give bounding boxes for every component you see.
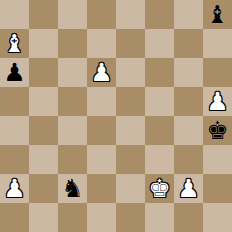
square-f4[interactable] (145, 116, 174, 145)
square-d4[interactable] (87, 116, 116, 145)
piece-black-bishop-h8[interactable]: ♝ (203, 0, 232, 29)
square-d8[interactable] (87, 0, 116, 29)
square-g3[interactable] (174, 145, 203, 174)
piece-white-pawn-d6[interactable]: ♟ (87, 58, 116, 87)
square-h6[interactable] (203, 58, 232, 87)
square-c4[interactable] (58, 116, 87, 145)
square-h8[interactable]: ♝ (203, 0, 232, 29)
square-b1[interactable] (29, 203, 58, 232)
square-e5[interactable] (116, 87, 145, 116)
square-f1[interactable] (145, 203, 174, 232)
piece-white-pawn-h5[interactable]: ♟ (203, 87, 232, 116)
square-c6[interactable] (58, 58, 87, 87)
square-g5[interactable] (174, 87, 203, 116)
square-c2[interactable]: ♞ (58, 174, 87, 203)
square-e3[interactable] (116, 145, 145, 174)
square-c1[interactable] (58, 203, 87, 232)
square-h3[interactable] (203, 145, 232, 174)
square-d6[interactable]: ♟ (87, 58, 116, 87)
square-f2[interactable]: ♚ (145, 174, 174, 203)
square-a6[interactable]: ♟ (0, 58, 29, 87)
square-h7[interactable] (203, 29, 232, 58)
square-a3[interactable] (0, 145, 29, 174)
square-a5[interactable] (0, 87, 29, 116)
square-a2[interactable]: ♟ (0, 174, 29, 203)
square-f3[interactable] (145, 145, 174, 174)
chessboard: ♝♝♟♟♟♚♟♞♚♟ (0, 0, 232, 232)
piece-white-pawn-a2[interactable]: ♟ (0, 174, 29, 203)
square-e4[interactable] (116, 116, 145, 145)
square-b4[interactable] (29, 116, 58, 145)
square-c5[interactable] (58, 87, 87, 116)
square-h1[interactable] (203, 203, 232, 232)
square-e7[interactable] (116, 29, 145, 58)
square-g6[interactable] (174, 58, 203, 87)
square-e8[interactable] (116, 0, 145, 29)
square-b7[interactable] (29, 29, 58, 58)
square-g4[interactable] (174, 116, 203, 145)
square-a4[interactable] (0, 116, 29, 145)
square-d1[interactable] (87, 203, 116, 232)
square-d7[interactable] (87, 29, 116, 58)
square-g2[interactable]: ♟ (174, 174, 203, 203)
square-e1[interactable] (116, 203, 145, 232)
square-f5[interactable] (145, 87, 174, 116)
square-c3[interactable] (58, 145, 87, 174)
piece-white-bishop-a7[interactable]: ♝ (0, 29, 29, 58)
square-f7[interactable] (145, 29, 174, 58)
piece-black-king-h4[interactable]: ♚ (203, 116, 232, 145)
square-g7[interactable] (174, 29, 203, 58)
piece-white-pawn-g2[interactable]: ♟ (174, 174, 203, 203)
square-g8[interactable] (174, 0, 203, 29)
square-d5[interactable] (87, 87, 116, 116)
square-b5[interactable] (29, 87, 58, 116)
square-h2[interactable] (203, 174, 232, 203)
square-f8[interactable] (145, 0, 174, 29)
square-c8[interactable] (58, 0, 87, 29)
square-a8[interactable] (0, 0, 29, 29)
square-e6[interactable] (116, 58, 145, 87)
square-f6[interactable] (145, 58, 174, 87)
square-d2[interactable] (87, 174, 116, 203)
square-d3[interactable] (87, 145, 116, 174)
square-b6[interactable] (29, 58, 58, 87)
piece-white-king-f2[interactable]: ♚ (145, 174, 174, 203)
square-b3[interactable] (29, 145, 58, 174)
square-h4[interactable]: ♚ (203, 116, 232, 145)
piece-black-pawn-a6[interactable]: ♟ (0, 58, 29, 87)
square-g1[interactable] (174, 203, 203, 232)
piece-black-knight-c2[interactable]: ♞ (58, 174, 87, 203)
square-b2[interactable] (29, 174, 58, 203)
square-a1[interactable] (0, 203, 29, 232)
square-h5[interactable]: ♟ (203, 87, 232, 116)
square-e2[interactable] (116, 174, 145, 203)
square-c7[interactable] (58, 29, 87, 58)
square-a7[interactable]: ♝ (0, 29, 29, 58)
square-b8[interactable] (29, 0, 58, 29)
